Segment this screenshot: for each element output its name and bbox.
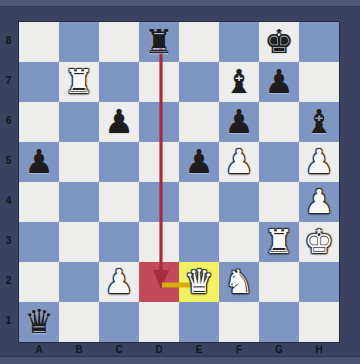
- chess-app-screen: 87654321 ABCDEFGH ♜♚♜♝♟♟♟♝♟♟♟♟♟♜♚♟♛♞♛: [0, 0, 360, 364]
- piece-black-bishop-h6[interactable]: ♝: [299, 102, 339, 142]
- square-h7[interactable]: [299, 62, 339, 102]
- square-g5[interactable]: [259, 142, 299, 182]
- square-f8[interactable]: [219, 22, 259, 62]
- file-label-a: A: [19, 343, 59, 357]
- square-b8[interactable]: [59, 22, 99, 62]
- square-b3[interactable]: [59, 222, 99, 262]
- square-e1[interactable]: [179, 302, 219, 342]
- square-g1[interactable]: [259, 302, 299, 342]
- piece-white-pawn-c2[interactable]: ♟: [99, 262, 139, 302]
- piece-black-queen-a1[interactable]: ♛: [19, 302, 59, 342]
- square-d2[interactable]: [139, 262, 179, 302]
- square-h8[interactable]: [299, 22, 339, 62]
- file-label-d: D: [139, 343, 179, 357]
- square-h2[interactable]: [299, 262, 339, 302]
- piece-black-pawn-f6[interactable]: ♟: [219, 102, 259, 142]
- window-top-strip: [0, 0, 360, 7]
- square-d1[interactable]: [139, 302, 179, 342]
- piece-white-pawn-h5[interactable]: ♟: [299, 142, 339, 182]
- square-g2[interactable]: [259, 262, 299, 302]
- piece-black-pawn-g7[interactable]: ♟: [259, 62, 299, 102]
- square-b5[interactable]: [59, 142, 99, 182]
- rank-label-2: 2: [0, 261, 17, 301]
- piece-black-rook-d8[interactable]: ♜: [139, 22, 179, 62]
- piece-white-rook-b7[interactable]: ♜: [59, 62, 99, 102]
- square-f4[interactable]: [219, 182, 259, 222]
- square-a3[interactable]: [19, 222, 59, 262]
- square-d7[interactable]: [139, 62, 179, 102]
- square-c5[interactable]: [99, 142, 139, 182]
- rank-label-8: 8: [0, 21, 17, 61]
- rank-label-6: 6: [0, 101, 17, 141]
- square-b2[interactable]: [59, 262, 99, 302]
- square-e6[interactable]: [179, 102, 219, 142]
- rank-labels: 87654321: [0, 21, 17, 343]
- piece-black-king-g8[interactable]: ♚: [259, 22, 299, 62]
- square-f1[interactable]: [219, 302, 259, 342]
- piece-black-bishop-f7[interactable]: ♝: [219, 62, 259, 102]
- square-g6[interactable]: [259, 102, 299, 142]
- file-label-e: E: [179, 343, 219, 357]
- piece-white-knight-f2[interactable]: ♞: [219, 262, 259, 302]
- piece-white-pawn-h4[interactable]: ♟: [299, 182, 339, 222]
- square-h1[interactable]: [299, 302, 339, 342]
- square-d5[interactable]: [139, 142, 179, 182]
- square-a8[interactable]: [19, 22, 59, 62]
- piece-black-pawn-e5[interactable]: ♟: [179, 142, 219, 182]
- piece-white-king-h3[interactable]: ♚: [299, 222, 339, 262]
- square-a4[interactable]: [19, 182, 59, 222]
- file-labels: ABCDEFGH: [19, 343, 339, 357]
- square-g4[interactable]: [259, 182, 299, 222]
- piece-black-pawn-a5[interactable]: ♟: [19, 142, 59, 182]
- square-f3[interactable]: [219, 222, 259, 262]
- square-c3[interactable]: [99, 222, 139, 262]
- piece-white-queen-e2[interactable]: ♛: [179, 262, 219, 302]
- rank-label-5: 5: [0, 141, 17, 181]
- piece-black-pawn-c6[interactable]: ♟: [99, 102, 139, 142]
- square-c1[interactable]: [99, 302, 139, 342]
- square-a6[interactable]: [19, 102, 59, 142]
- board-frame: ♜♚♜♝♟♟♟♝♟♟♟♟♟♜♚♟♛♞♛: [18, 21, 340, 343]
- rank-label-4: 4: [0, 181, 17, 221]
- rank-label-7: 7: [0, 61, 17, 101]
- file-label-f: F: [219, 343, 259, 357]
- piece-white-pawn-f5[interactable]: ♟: [219, 142, 259, 182]
- square-e3[interactable]: [179, 222, 219, 262]
- piece-white-rook-g3[interactable]: ♜: [259, 222, 299, 262]
- file-label-b: B: [59, 343, 99, 357]
- square-d6[interactable]: [139, 102, 179, 142]
- square-b4[interactable]: [59, 182, 99, 222]
- square-e7[interactable]: [179, 62, 219, 102]
- square-a7[interactable]: [19, 62, 59, 102]
- square-c7[interactable]: [99, 62, 139, 102]
- file-label-g: G: [259, 343, 299, 357]
- square-d4[interactable]: [139, 182, 179, 222]
- square-c4[interactable]: [99, 182, 139, 222]
- square-e4[interactable]: [179, 182, 219, 222]
- rank-label-1: 1: [0, 301, 17, 341]
- file-label-h: H: [299, 343, 339, 357]
- square-c8[interactable]: [99, 22, 139, 62]
- square-d3[interactable]: [139, 222, 179, 262]
- file-label-c: C: [99, 343, 139, 357]
- window-bottom-strip: [0, 356, 360, 364]
- square-e8[interactable]: [179, 22, 219, 62]
- rank-label-3: 3: [0, 221, 17, 261]
- square-b1[interactable]: [59, 302, 99, 342]
- square-b6[interactable]: [59, 102, 99, 142]
- square-a2[interactable]: [19, 262, 59, 302]
